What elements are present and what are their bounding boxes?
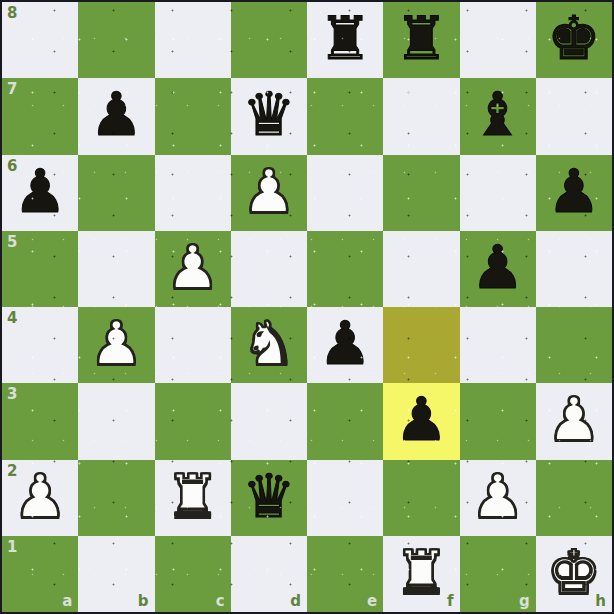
square-a6[interactable]: 6♟ <box>2 155 78 231</box>
square-b8[interactable] <box>78 2 154 78</box>
square-b3[interactable] <box>78 383 154 459</box>
white-knight[interactable]: ♞ <box>242 305 296 381</box>
square-h3[interactable]: ♟ <box>536 383 612 459</box>
square-e6[interactable] <box>307 155 383 231</box>
black-rook[interactable]: ♜ <box>318 0 372 76</box>
square-g8[interactable] <box>460 2 536 78</box>
rank-label-7: 7 <box>7 82 17 97</box>
rank-label-3: 3 <box>7 387 17 402</box>
white-pawn[interactable]: ♟ <box>89 305 143 381</box>
square-e4[interactable]: ♟ <box>307 307 383 383</box>
square-h1[interactable]: h♚ <box>536 536 612 612</box>
square-c6[interactable] <box>155 155 231 231</box>
square-f5[interactable] <box>383 231 459 307</box>
square-g3[interactable] <box>460 383 536 459</box>
file-label-g: g <box>519 594 530 609</box>
file-label-e: e <box>367 594 377 609</box>
square-d2[interactable]: ♛ <box>231 460 307 536</box>
square-a2[interactable]: 2♟ <box>2 460 78 536</box>
rank-label-5: 5 <box>7 235 17 250</box>
square-f8[interactable]: ♜ <box>383 2 459 78</box>
black-pawn[interactable]: ♟ <box>13 153 67 229</box>
file-label-a: a <box>62 594 72 609</box>
black-pawn[interactable]: ♟ <box>471 229 525 305</box>
square-g6[interactable] <box>460 155 536 231</box>
square-c8[interactable] <box>155 2 231 78</box>
square-f2[interactable] <box>383 460 459 536</box>
square-c7[interactable] <box>155 78 231 154</box>
square-h6[interactable]: ♟ <box>536 155 612 231</box>
square-c1[interactable]: c <box>155 536 231 612</box>
square-h2[interactable] <box>536 460 612 536</box>
square-e1[interactable]: e <box>307 536 383 612</box>
square-g1[interactable]: g <box>460 536 536 612</box>
black-queen[interactable]: ♛ <box>242 76 296 152</box>
square-b6[interactable] <box>78 155 154 231</box>
chess-board: 8♜♜♚7♟♛♝6♟♟♟5♟♟4♟♞♟3♟♟2♟♜♛♟1abcdef♜gh♚ <box>0 0 614 614</box>
white-rook[interactable]: ♜ <box>394 534 448 610</box>
square-c2[interactable]: ♜ <box>155 460 231 536</box>
square-b5[interactable] <box>78 231 154 307</box>
rank-label-8: 8 <box>7 6 17 21</box>
square-d3[interactable] <box>231 383 307 459</box>
square-d8[interactable] <box>231 2 307 78</box>
square-a3[interactable]: 3 <box>2 383 78 459</box>
square-b4[interactable]: ♟ <box>78 307 154 383</box>
square-b1[interactable]: b <box>78 536 154 612</box>
square-e8[interactable]: ♜ <box>307 2 383 78</box>
square-f3[interactable]: ♟ <box>383 383 459 459</box>
square-c3[interactable] <box>155 383 231 459</box>
square-d4[interactable]: ♞ <box>231 307 307 383</box>
black-king[interactable]: ♚ <box>547 0 601 76</box>
black-pawn[interactable]: ♟ <box>89 76 143 152</box>
square-d6[interactable]: ♟ <box>231 155 307 231</box>
rank-label-1: 1 <box>7 540 17 555</box>
square-g7[interactable]: ♝ <box>460 78 536 154</box>
square-b2[interactable] <box>78 460 154 536</box>
square-f4[interactable] <box>383 307 459 383</box>
black-queen[interactable]: ♛ <box>242 458 296 534</box>
square-g4[interactable] <box>460 307 536 383</box>
file-label-d: d <box>290 594 301 609</box>
white-pawn[interactable]: ♟ <box>166 229 220 305</box>
square-g5[interactable]: ♟ <box>460 231 536 307</box>
square-a8[interactable]: 8 <box>2 2 78 78</box>
square-d5[interactable] <box>231 231 307 307</box>
white-pawn[interactable]: ♟ <box>471 458 525 534</box>
square-e3[interactable] <box>307 383 383 459</box>
square-a4[interactable]: 4 <box>2 307 78 383</box>
black-pawn[interactable]: ♟ <box>394 381 448 457</box>
square-a7[interactable]: 7 <box>2 78 78 154</box>
square-e7[interactable] <box>307 78 383 154</box>
white-pawn[interactable]: ♟ <box>242 153 296 229</box>
square-h5[interactable] <box>536 231 612 307</box>
square-h4[interactable] <box>536 307 612 383</box>
square-f1[interactable]: f♜ <box>383 536 459 612</box>
square-e2[interactable] <box>307 460 383 536</box>
square-f7[interactable] <box>383 78 459 154</box>
black-pawn[interactable]: ♟ <box>547 153 601 229</box>
square-c4[interactable] <box>155 307 231 383</box>
square-e5[interactable] <box>307 231 383 307</box>
file-label-b: b <box>138 594 149 609</box>
square-d1[interactable]: d <box>231 536 307 612</box>
square-a1[interactable]: 1a <box>2 536 78 612</box>
square-f6[interactable] <box>383 155 459 231</box>
black-bishop[interactable]: ♝ <box>471 76 525 152</box>
square-d7[interactable]: ♛ <box>231 78 307 154</box>
square-b7[interactable]: ♟ <box>78 78 154 154</box>
rank-label-4: 4 <box>7 311 17 326</box>
black-rook[interactable]: ♜ <box>394 0 448 76</box>
black-pawn[interactable]: ♟ <box>318 305 372 381</box>
white-pawn[interactable]: ♟ <box>13 458 67 534</box>
white-pawn[interactable]: ♟ <box>547 381 601 457</box>
square-h7[interactable] <box>536 78 612 154</box>
square-h8[interactable]: ♚ <box>536 2 612 78</box>
square-c5[interactable]: ♟ <box>155 231 231 307</box>
square-a5[interactable]: 5 <box>2 231 78 307</box>
file-label-c: c <box>216 594 225 609</box>
square-g2[interactable]: ♟ <box>460 460 536 536</box>
white-rook[interactable]: ♜ <box>166 458 220 534</box>
white-king[interactable]: ♚ <box>547 534 601 610</box>
